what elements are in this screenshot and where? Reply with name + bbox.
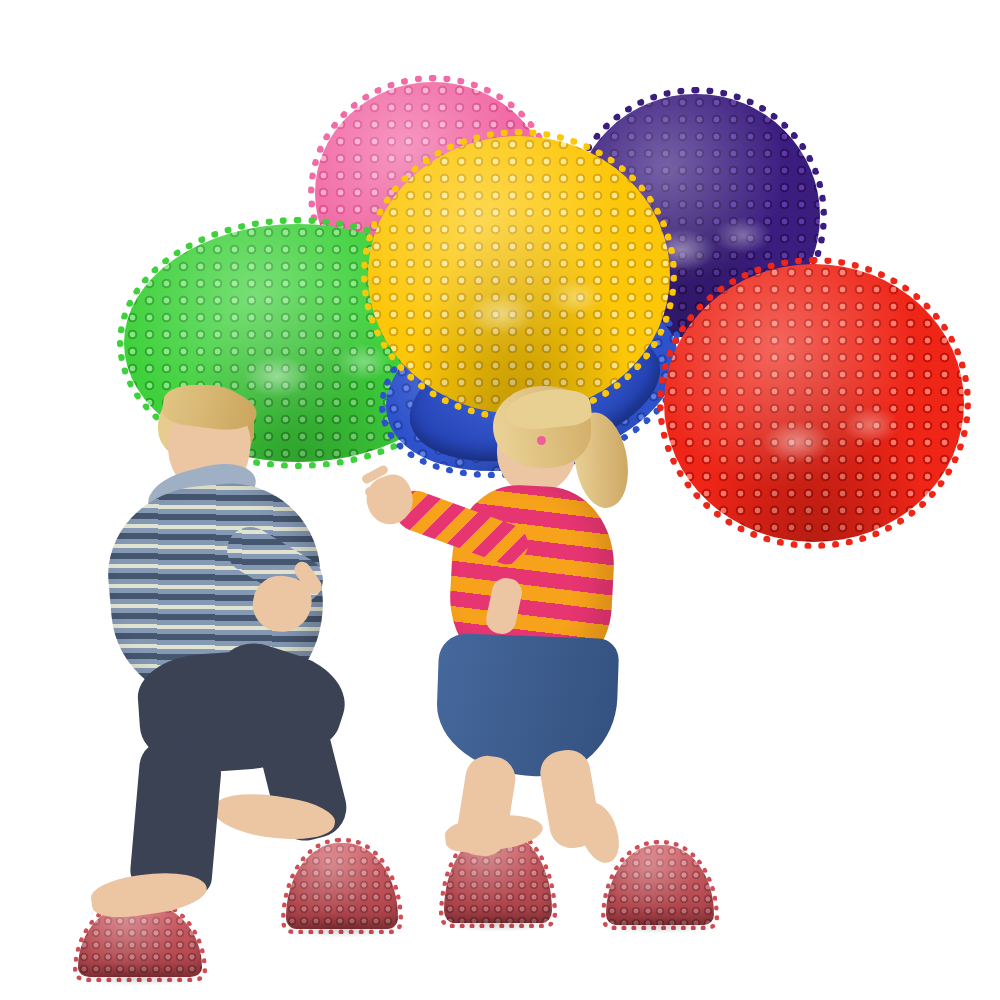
- girl: [355, 378, 645, 938]
- boy: [95, 380, 365, 945]
- girl-hair-clip: [537, 436, 546, 445]
- scene: [0, 0, 1000, 1000]
- pod-yellow: [368, 136, 670, 414]
- specular-highlight: [368, 136, 670, 414]
- girl-denim-skirt: [435, 633, 620, 779]
- specular-highlight: [664, 264, 964, 542]
- pod-red: [664, 264, 964, 542]
- girl-right-foot-lifted: [573, 798, 625, 868]
